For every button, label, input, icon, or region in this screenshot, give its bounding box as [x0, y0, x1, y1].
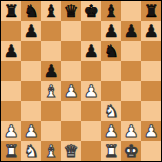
black-pawn-piece[interactable]: ♟ [43, 61, 58, 81]
square-e7[interactable] [81, 21, 101, 41]
square-f8[interactable]: ♝ [101, 1, 121, 21]
square-a1[interactable]: ♜ [1, 141, 21, 161]
black-bishop-piece[interactable]: ♝ [103, 1, 118, 21]
white-pawn-piece[interactable]: ♟ [83, 81, 98, 101]
square-c6[interactable] [41, 41, 61, 61]
square-a4[interactable] [1, 81, 21, 101]
black-knight-piece[interactable]: ♞ [103, 41, 118, 61]
black-king-piece[interactable]: ♚ [83, 1, 98, 21]
white-bishop-piece[interactable]: ♝ [43, 141, 58, 161]
white-knight-piece[interactable]: ♞ [103, 101, 118, 121]
square-c8[interactable]: ♝ [41, 1, 61, 21]
square-b3[interactable] [21, 101, 41, 121]
square-a5[interactable] [1, 61, 21, 81]
square-g4[interactable] [121, 81, 141, 101]
white-pawn-piece[interactable]: ♟ [103, 121, 118, 141]
square-f1[interactable]: ♜ [101, 141, 121, 161]
square-a3[interactable] [1, 101, 21, 121]
square-d4[interactable]: ♟ [61, 81, 81, 101]
square-d1[interactable]: ♛ [61, 141, 81, 161]
black-pawn-piece[interactable]: ♟ [143, 21, 158, 41]
square-c4[interactable]: ♝ [41, 81, 61, 101]
square-a2[interactable]: ♟ [1, 121, 21, 141]
square-h5[interactable] [141, 61, 161, 81]
square-f2[interactable]: ♟ [101, 121, 121, 141]
white-queen-piece[interactable]: ♛ [63, 141, 78, 161]
white-bishop-piece[interactable]: ♝ [43, 81, 58, 101]
square-b5[interactable] [21, 61, 41, 81]
chess-board: ♜♞♝♛♚♝♜♟♟♟♟♟♟♞♟♝♟♟♞♟♟♟♟♟♜♞♝♛♜♚ [0, 0, 162, 162]
square-h6[interactable] [141, 41, 161, 61]
square-g6[interactable] [121, 41, 141, 61]
square-b2[interactable]: ♟ [21, 121, 41, 141]
white-rook-piece[interactable]: ♜ [103, 141, 118, 161]
square-f3[interactable]: ♞ [101, 101, 121, 121]
black-rook-piece[interactable]: ♜ [3, 1, 18, 21]
square-d6[interactable] [61, 41, 81, 61]
square-g5[interactable] [121, 61, 141, 81]
square-h1[interactable] [141, 141, 161, 161]
square-a7[interactable] [1, 21, 21, 41]
black-knight-piece[interactable]: ♞ [23, 1, 38, 21]
white-king-piece[interactable]: ♚ [123, 141, 138, 161]
white-pawn-piece[interactable]: ♟ [3, 121, 18, 141]
black-bishop-piece[interactable]: ♝ [43, 1, 58, 21]
black-pawn-piece[interactable]: ♟ [23, 21, 38, 41]
square-g1[interactable]: ♚ [121, 141, 141, 161]
square-b4[interactable] [21, 81, 41, 101]
square-g2[interactable]: ♟ [121, 121, 141, 141]
square-a8[interactable]: ♜ [1, 1, 21, 21]
white-pawn-piece[interactable]: ♟ [63, 81, 78, 101]
square-d2[interactable] [61, 121, 81, 141]
square-h8[interactable]: ♜ [141, 1, 161, 21]
square-b1[interactable]: ♞ [21, 141, 41, 161]
square-f5[interactable] [101, 61, 121, 81]
square-h7[interactable]: ♟ [141, 21, 161, 41]
square-d8[interactable]: ♛ [61, 1, 81, 21]
square-e1[interactable] [81, 141, 101, 161]
square-f7[interactable]: ♟ [101, 21, 121, 41]
black-rook-piece[interactable]: ♜ [143, 1, 158, 21]
square-f6[interactable]: ♞ [101, 41, 121, 61]
square-e2[interactable] [81, 121, 101, 141]
square-d5[interactable] [61, 61, 81, 81]
square-h2[interactable]: ♟ [141, 121, 161, 141]
square-e4[interactable]: ♟ [81, 81, 101, 101]
square-g3[interactable] [121, 101, 141, 121]
square-e3[interactable] [81, 101, 101, 121]
square-d7[interactable] [61, 21, 81, 41]
square-b8[interactable]: ♞ [21, 1, 41, 21]
square-c1[interactable]: ♝ [41, 141, 61, 161]
black-pawn-piece[interactable]: ♟ [3, 41, 18, 61]
square-a6[interactable]: ♟ [1, 41, 21, 61]
black-pawn-piece[interactable]: ♟ [123, 21, 138, 41]
black-pawn-piece[interactable]: ♟ [83, 41, 98, 61]
white-pawn-piece[interactable]: ♟ [23, 121, 38, 141]
square-f4[interactable] [101, 81, 121, 101]
square-h3[interactable] [141, 101, 161, 121]
square-c2[interactable] [41, 121, 61, 141]
square-b6[interactable] [21, 41, 41, 61]
white-rook-piece[interactable]: ♜ [3, 141, 18, 161]
square-h4[interactable] [141, 81, 161, 101]
white-knight-piece[interactable]: ♞ [23, 141, 38, 161]
square-d3[interactable] [61, 101, 81, 121]
white-pawn-piece[interactable]: ♟ [123, 121, 138, 141]
square-g7[interactable]: ♟ [121, 21, 141, 41]
square-c3[interactable] [41, 101, 61, 121]
square-e5[interactable] [81, 61, 101, 81]
square-b7[interactable]: ♟ [21, 21, 41, 41]
square-g8[interactable] [121, 1, 141, 21]
square-e6[interactable]: ♟ [81, 41, 101, 61]
white-pawn-piece[interactable]: ♟ [143, 121, 158, 141]
black-queen-piece[interactable]: ♛ [63, 1, 78, 21]
square-e8[interactable]: ♚ [81, 1, 101, 21]
black-pawn-piece[interactable]: ♟ [103, 21, 118, 41]
square-c5[interactable]: ♟ [41, 61, 61, 81]
square-c7[interactable] [41, 21, 61, 41]
